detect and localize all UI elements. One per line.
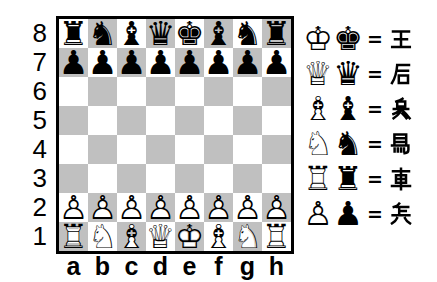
square-b4[interactable] bbox=[88, 135, 117, 164]
rank-label-8: 8 bbox=[22, 19, 52, 48]
rank-labels: 87654321 bbox=[22, 19, 52, 251]
piece-black-pawn: ♟ bbox=[146, 48, 175, 77]
equals-sign: = bbox=[363, 28, 387, 50]
black-rook-icon: ♜ bbox=[333, 161, 363, 196]
piece-black-pawn: ♟ bbox=[233, 48, 262, 77]
piece-white-knight: ♞♘ bbox=[233, 222, 262, 251]
piece-black-pawn: ♟ bbox=[117, 48, 146, 77]
piece-white-rook: ♜♖ bbox=[59, 222, 88, 251]
square-a1[interactable]: ♜♖ bbox=[59, 222, 88, 251]
rank-label-3: 3 bbox=[22, 164, 52, 193]
white-pawn-icon: ♟♙ bbox=[303, 196, 333, 231]
piece-black-pawn: ♟ bbox=[204, 48, 233, 77]
hanzi-pawn bbox=[387, 202, 415, 226]
square-e5[interactable] bbox=[175, 106, 204, 135]
hanzi-bishop bbox=[387, 97, 415, 121]
equals-sign: = bbox=[363, 133, 387, 155]
square-f5[interactable] bbox=[204, 106, 233, 135]
piece-white-knight: ♞♘ bbox=[88, 222, 117, 251]
piece-white-rook: ♜♖ bbox=[262, 222, 291, 251]
square-e1[interactable]: ♚♔ bbox=[175, 222, 204, 251]
rank-label-2: 2 bbox=[22, 193, 52, 222]
square-h1[interactable]: ♜♖ bbox=[262, 222, 291, 251]
square-h6[interactable] bbox=[262, 77, 291, 106]
black-bishop-icon: ♝ bbox=[333, 91, 363, 126]
legend-row-pawn: ♟♙ ♟ = bbox=[303, 196, 415, 231]
white-knight-icon: ♞♘ bbox=[303, 126, 333, 161]
square-h4[interactable] bbox=[262, 135, 291, 164]
rank-label-1: 1 bbox=[22, 222, 52, 251]
piece-black-pawn: ♟ bbox=[59, 48, 88, 77]
square-g4[interactable] bbox=[233, 135, 262, 164]
piece-black-pawn: ♟ bbox=[88, 48, 117, 77]
square-f7[interactable]: ♟ bbox=[204, 48, 233, 77]
file-label-b: b bbox=[88, 253, 117, 281]
square-f6[interactable] bbox=[204, 77, 233, 106]
square-d4[interactable] bbox=[146, 135, 175, 164]
square-c5[interactable] bbox=[117, 106, 146, 135]
chess-board: ♜♞♝♛♚♝♞♜♟♟♟♟♟♟♟♟♟♙♟♙♟♙♟♙♟♙♟♙♟♙♟♙♜♖♞♘♝♗♛♕… bbox=[56, 16, 294, 254]
square-f1[interactable]: ♝♗ bbox=[204, 222, 233, 251]
rank-label-7: 7 bbox=[22, 48, 52, 77]
square-a5[interactable] bbox=[59, 106, 88, 135]
square-g7[interactable]: ♟ bbox=[233, 48, 262, 77]
hanzi-knight bbox=[387, 132, 415, 156]
file-label-e: e bbox=[175, 253, 204, 281]
square-a4[interactable] bbox=[59, 135, 88, 164]
legend-row-knight: ♞♘ ♞ = bbox=[303, 126, 415, 161]
black-king-icon: ♚ bbox=[333, 21, 363, 56]
square-g1[interactable]: ♞♘ bbox=[233, 222, 262, 251]
square-b5[interactable] bbox=[88, 106, 117, 135]
legend-row-rook: ♜♖ ♜ = bbox=[303, 161, 415, 196]
rank-label-4: 4 bbox=[22, 135, 52, 164]
file-label-g: g bbox=[233, 253, 262, 281]
square-d5[interactable] bbox=[146, 106, 175, 135]
square-b1[interactable]: ♞♘ bbox=[88, 222, 117, 251]
piece-white-king: ♚♔ bbox=[175, 222, 204, 251]
square-b6[interactable] bbox=[88, 77, 117, 106]
chess-diagram: 87654321 ♜♞♝♛♚♝♞♜♟♟♟♟♟♟♟♟♟♙♟♙♟♙♟♙♟♙♟♙♟♙♟… bbox=[0, 0, 437, 282]
piece-white-bishop: ♝♗ bbox=[204, 222, 233, 251]
equals-sign: = bbox=[363, 168, 387, 190]
square-b7[interactable]: ♟ bbox=[88, 48, 117, 77]
square-g5[interactable] bbox=[233, 106, 262, 135]
equals-sign: = bbox=[363, 63, 387, 85]
square-d6[interactable] bbox=[146, 77, 175, 106]
file-labels: abcdefgh bbox=[59, 253, 291, 281]
square-g6[interactable] bbox=[233, 77, 262, 106]
file-label-f: f bbox=[204, 253, 233, 281]
piece-black-pawn: ♟ bbox=[175, 48, 204, 77]
square-a6[interactable] bbox=[59, 77, 88, 106]
square-e7[interactable]: ♟ bbox=[175, 48, 204, 77]
square-c6[interactable] bbox=[117, 77, 146, 106]
white-bishop-icon: ♝♗ bbox=[303, 91, 333, 126]
black-knight-icon: ♞ bbox=[333, 126, 363, 161]
rank-label-5: 5 bbox=[22, 106, 52, 135]
piece-white-queen: ♛♕ bbox=[146, 222, 175, 251]
square-c7[interactable]: ♟ bbox=[117, 48, 146, 77]
square-e6[interactable] bbox=[175, 77, 204, 106]
legend-row-bishop: ♝♗ ♝ = bbox=[303, 91, 415, 126]
black-pawn-icon: ♟ bbox=[333, 196, 363, 231]
hanzi-queen bbox=[387, 62, 415, 86]
white-queen-icon: ♛♕ bbox=[303, 56, 333, 91]
square-c1[interactable]: ♝♗ bbox=[117, 222, 146, 251]
rank-label-6: 6 bbox=[22, 77, 52, 106]
piece-black-pawn: ♟ bbox=[262, 48, 291, 77]
hanzi-rook bbox=[387, 167, 415, 191]
white-rook-icon: ♜♖ bbox=[303, 161, 333, 196]
file-label-d: d bbox=[146, 253, 175, 281]
piece-name-legend: ♚♔ ♚ = ♛♕ ♛ = ♝♗ ♝ = ♞♘ ♞ = ♜♖ ♜ = bbox=[303, 21, 415, 231]
file-label-a: a bbox=[59, 253, 88, 281]
square-d7[interactable]: ♟ bbox=[146, 48, 175, 77]
legend-row-queen: ♛♕ ♛ = bbox=[303, 56, 415, 91]
equals-sign: = bbox=[363, 98, 387, 120]
file-label-c: c bbox=[117, 253, 146, 281]
black-queen-icon: ♛ bbox=[333, 56, 363, 91]
equals-sign: = bbox=[363, 203, 387, 225]
square-h5[interactable] bbox=[262, 106, 291, 135]
white-king-icon: ♚♔ bbox=[303, 21, 333, 56]
square-d1[interactable]: ♛♕ bbox=[146, 222, 175, 251]
legend-row-king: ♚♔ ♚ = bbox=[303, 21, 415, 56]
square-e4[interactable] bbox=[175, 135, 204, 164]
piece-white-bishop: ♝♗ bbox=[117, 222, 146, 251]
square-f4[interactable] bbox=[204, 135, 233, 164]
file-label-h: h bbox=[262, 253, 291, 281]
square-h7[interactable]: ♟ bbox=[262, 48, 291, 77]
hanzi-king bbox=[387, 27, 415, 51]
square-c4[interactable] bbox=[117, 135, 146, 164]
square-a7[interactable]: ♟ bbox=[59, 48, 88, 77]
